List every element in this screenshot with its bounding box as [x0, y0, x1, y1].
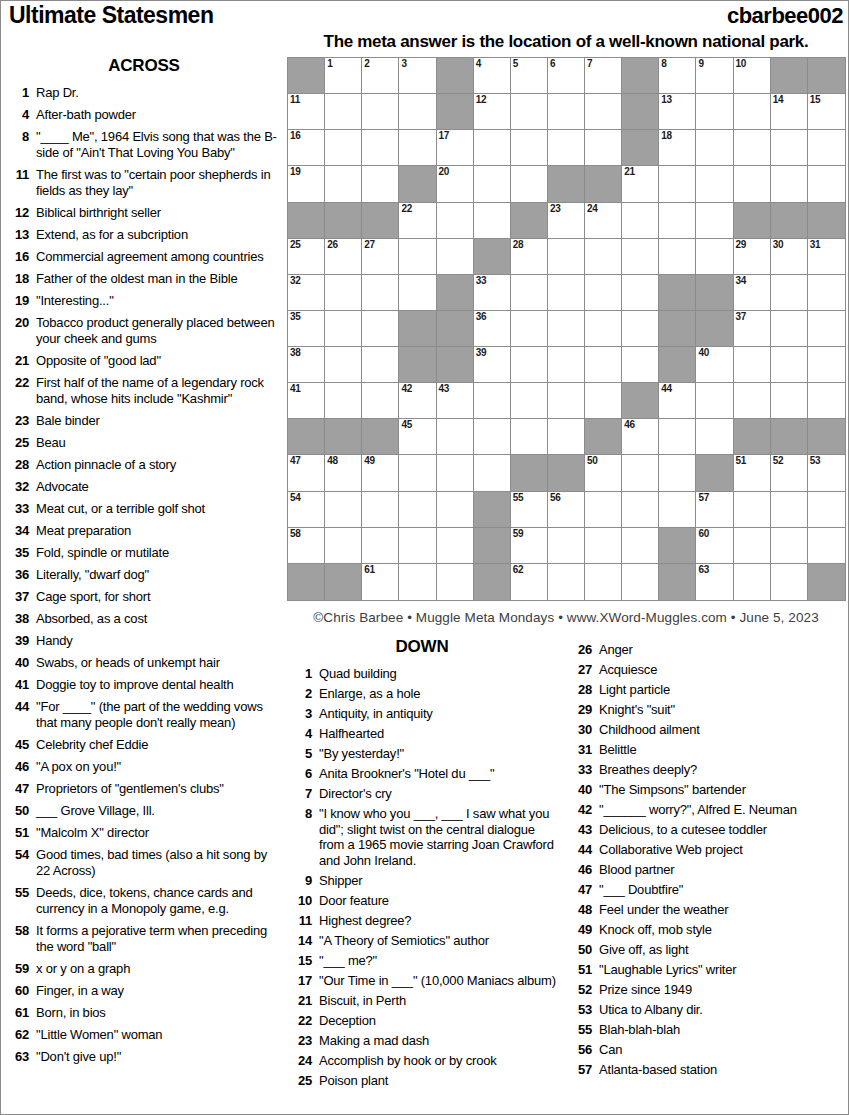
- grid-cell[interactable]: [771, 528, 808, 564]
- grid-cell[interactable]: 28: [511, 239, 548, 275]
- clue-across-33: 33Meat cut, or a terrible golf shot: [5, 501, 283, 517]
- grid-cell[interactable]: [362, 347, 399, 383]
- grid-cell[interactable]: [622, 203, 659, 239]
- grid-cell[interactable]: [362, 166, 399, 202]
- grid-cell[interactable]: [585, 275, 622, 311]
- clue-across-12: 12Biblical birthright seller: [5, 205, 283, 221]
- grid-cell[interactable]: [771, 275, 808, 311]
- black-square: [771, 58, 808, 94]
- grid-cell[interactable]: 41: [288, 383, 325, 419]
- grid-cell[interactable]: 1: [325, 58, 362, 94]
- grid-cell[interactable]: 51: [734, 455, 771, 491]
- clue-across-19: 19"Interesting...": [5, 293, 283, 309]
- clue-across-23: 23Bale binder: [5, 413, 283, 429]
- grid-cell[interactable]: [696, 166, 733, 202]
- grid-cell[interactable]: [771, 311, 808, 347]
- clue-across-45: 45Celebrity chef Eddie: [5, 737, 283, 753]
- grid-cell[interactable]: 14: [771, 94, 808, 130]
- grid-cell[interactable]: [808, 383, 845, 419]
- grid-cell[interactable]: [585, 383, 622, 419]
- cell-number: 39: [476, 347, 487, 358]
- grid-cell[interactable]: 46: [622, 419, 659, 455]
- clue-down-14: 14"A Theory of Semiotics" author: [288, 933, 556, 949]
- clue-text: Blah-blah-blah: [599, 1022, 846, 1038]
- grid-cell[interactable]: 15: [808, 94, 845, 130]
- grid-cell[interactable]: [659, 419, 696, 455]
- cell-number: 9: [698, 58, 703, 69]
- grid-cell[interactable]: 33: [474, 275, 511, 311]
- grid-cell[interactable]: 35: [288, 311, 325, 347]
- grid-cell[interactable]: [734, 383, 771, 419]
- clue-down-48: 48Feel under the weather: [568, 902, 846, 918]
- clue-number: 42: [568, 802, 592, 818]
- clue-text: Opposite of "good lad": [36, 353, 283, 369]
- grid-cell[interactable]: [437, 492, 474, 528]
- black-square: [288, 203, 325, 239]
- down-section-col1: DOWN 1Quad building2Enlarge, as a hole3A…: [288, 637, 556, 1093]
- clue-across-61: 61Born, in bios: [5, 1005, 283, 1021]
- grid-cell[interactable]: [771, 564, 808, 600]
- clue-text: Anger: [599, 642, 846, 658]
- grid-cell[interactable]: [548, 130, 585, 166]
- grid-cell[interactable]: [622, 275, 659, 311]
- clue-down-5: 5"By yesterday!": [288, 746, 556, 762]
- clue-down-23: 23Making a mad dash: [288, 1033, 556, 1049]
- clue-number: 14: [288, 933, 312, 949]
- clue-number: 47: [568, 882, 592, 898]
- clue-number: 41: [5, 677, 29, 693]
- black-square: [474, 239, 511, 275]
- cell-number: 60: [698, 528, 709, 539]
- grid-cell[interactable]: [548, 564, 585, 600]
- cell-number: 29: [736, 239, 747, 250]
- grid-cell[interactable]: 17: [437, 130, 474, 166]
- grid-cell[interactable]: [362, 130, 399, 166]
- grid-cell[interactable]: [585, 311, 622, 347]
- grid-cell[interactable]: [771, 347, 808, 383]
- grid-cell[interactable]: [399, 130, 436, 166]
- black-square: [659, 347, 696, 383]
- grid-cell[interactable]: [325, 130, 362, 166]
- clue-text: First half of the name of a legendary ro…: [36, 375, 283, 407]
- grid-cell[interactable]: 44: [659, 383, 696, 419]
- black-square: [548, 166, 585, 202]
- grid-cell[interactable]: [659, 239, 696, 275]
- grid-cell[interactable]: [734, 564, 771, 600]
- grid-cell[interactable]: [362, 311, 399, 347]
- clue-number: 27: [568, 662, 592, 678]
- grid-cell[interactable]: [622, 455, 659, 491]
- grid-cell[interactable]: [548, 239, 585, 275]
- clue-text: After-bath powder: [36, 107, 283, 123]
- grid-cell[interactable]: [437, 203, 474, 239]
- grid-cell[interactable]: 50: [585, 455, 622, 491]
- grid-cell[interactable]: [399, 492, 436, 528]
- grid-cell[interactable]: [734, 130, 771, 166]
- clue-number: 57: [568, 1062, 592, 1078]
- clue-down-53: 53Utica to Albany dir.: [568, 1002, 846, 1018]
- grid-cell[interactable]: [659, 203, 696, 239]
- clue-number: 1: [5, 85, 29, 101]
- grid-cell[interactable]: [585, 130, 622, 166]
- grid-cell[interactable]: [511, 419, 548, 455]
- clue-number: 46: [568, 862, 592, 878]
- cell-number: 55: [513, 492, 524, 503]
- grid-cell[interactable]: [511, 275, 548, 311]
- clue-text: "The Simpsons" bartender: [599, 782, 846, 798]
- grid-cell[interactable]: 16: [288, 130, 325, 166]
- grid-cell[interactable]: 8: [659, 58, 696, 94]
- clue-down-8: 8"I know who you ___, ___ I saw what you…: [288, 806, 556, 868]
- grid-cell[interactable]: 19: [288, 166, 325, 202]
- cell-number: 44: [661, 383, 672, 394]
- grid-cell[interactable]: 9: [696, 58, 733, 94]
- grid-cell[interactable]: [622, 564, 659, 600]
- grid-cell[interactable]: [734, 166, 771, 202]
- clue-across-58: 58It forms a pejorative term when preced…: [5, 923, 283, 955]
- grid-cell[interactable]: [548, 311, 585, 347]
- grid-cell[interactable]: [325, 311, 362, 347]
- cell-number: 22: [401, 203, 412, 214]
- clue-across-34: 34Meat preparation: [5, 523, 283, 539]
- clue-number: 49: [568, 922, 592, 938]
- grid-cell[interactable]: 24: [585, 203, 622, 239]
- grid-cell[interactable]: 32: [288, 275, 325, 311]
- grid-cell[interactable]: 38: [288, 347, 325, 383]
- grid-cell[interactable]: 42: [399, 383, 436, 419]
- clue-text: Quad building: [319, 666, 556, 682]
- grid-cell[interactable]: 37: [734, 311, 771, 347]
- clue-text: "Malcolm X" director: [36, 825, 283, 841]
- clue-across-13: 13Extend, as for a subcription: [5, 227, 283, 243]
- grid-cell[interactable]: [771, 383, 808, 419]
- black-square: [808, 58, 845, 94]
- clue-down-3: 3Antiquity, in antiquity: [288, 706, 556, 722]
- grid-cell[interactable]: [622, 492, 659, 528]
- grid-cell[interactable]: [362, 492, 399, 528]
- clue-text: "Little Women" woman: [36, 1027, 283, 1043]
- grid-cell[interactable]: [474, 166, 511, 202]
- grid-cell[interactable]: 4: [474, 58, 511, 94]
- cell-number: 59: [513, 528, 524, 539]
- grid-cell[interactable]: 12: [474, 94, 511, 130]
- clue-across-63: 63"Don't give up!": [5, 1049, 283, 1065]
- grid-cell[interactable]: 59: [511, 528, 548, 564]
- grid-cell[interactable]: 11: [288, 94, 325, 130]
- grid-cell[interactable]: 6: [548, 58, 585, 94]
- clue-text: Shipper: [319, 873, 556, 889]
- clue-number: 35: [5, 545, 29, 561]
- clue-number: 63: [5, 1049, 29, 1065]
- grid-cell[interactable]: [548, 528, 585, 564]
- grid-cell[interactable]: [474, 383, 511, 419]
- grid-cell[interactable]: [771, 130, 808, 166]
- cell-number: 19: [290, 166, 301, 177]
- cell-number: 15: [810, 94, 821, 105]
- puzzle-title: Ultimate Statesmen: [9, 2, 213, 29]
- grid-cell[interactable]: [325, 275, 362, 311]
- clue-text: Blood partner: [599, 862, 846, 878]
- across-section: ACROSS 1Rap Dr.4After-bath powder8"____ …: [5, 56, 283, 1071]
- clue-text: Halfhearted: [319, 726, 556, 742]
- grid-cell[interactable]: [399, 455, 436, 491]
- grid-cell[interactable]: [437, 455, 474, 491]
- grid-cell[interactable]: [585, 528, 622, 564]
- grid-cell[interactable]: 39: [474, 347, 511, 383]
- grid-cell[interactable]: 30: [771, 239, 808, 275]
- clue-down-47: 47"___ Doubtfire": [568, 882, 846, 898]
- clue-text: Commercial agreement among countries: [36, 249, 283, 265]
- grid-cell[interactable]: [622, 239, 659, 275]
- grid-cell[interactable]: 29: [734, 239, 771, 275]
- clue-text: Enlarge, as a hole: [319, 686, 556, 702]
- grid-cell[interactable]: 49: [362, 455, 399, 491]
- grid-cell[interactable]: [771, 166, 808, 202]
- clue-number: 11: [288, 913, 312, 929]
- grid-cell[interactable]: [622, 311, 659, 347]
- grid-cell[interactable]: 5: [511, 58, 548, 94]
- grid-cell[interactable]: [325, 528, 362, 564]
- grid-cell[interactable]: [511, 94, 548, 130]
- cell-number: 14: [773, 94, 784, 105]
- clue-text: Handy: [36, 633, 283, 649]
- grid-cell[interactable]: [808, 275, 845, 311]
- clue-across-38: 38Absorbed, as a cost: [5, 611, 283, 627]
- clue-down-29: 29Knight's "suit": [568, 702, 846, 718]
- grid-cell[interactable]: 25: [288, 239, 325, 275]
- grid-cell[interactable]: [399, 239, 436, 275]
- grid-cell[interactable]: 55: [511, 492, 548, 528]
- clue-number: 33: [568, 762, 592, 778]
- grid-cell[interactable]: 45: [399, 419, 436, 455]
- clue-number: 30: [568, 722, 592, 738]
- grid-cell[interactable]: 56: [548, 492, 585, 528]
- black-square: [325, 419, 362, 455]
- black-square: [622, 383, 659, 419]
- grid-cell[interactable]: [734, 94, 771, 130]
- grid-cell[interactable]: [659, 166, 696, 202]
- clue-number: 39: [5, 633, 29, 649]
- grid-cell[interactable]: 20: [437, 166, 474, 202]
- clue-text: Bale binder: [36, 413, 283, 429]
- clue-text: Deception: [319, 1013, 556, 1029]
- black-square: [659, 275, 696, 311]
- clue-text: Extend, as for a subcription: [36, 227, 283, 243]
- grid-cell[interactable]: [696, 203, 733, 239]
- down-clue-list-2: 26Anger27Acquiesce28Light particle29Knig…: [568, 642, 846, 1078]
- clue-down-17: 17"Our Time in ___" (10,000 Maniacs albu…: [288, 973, 556, 989]
- grid-cell[interactable]: 34: [734, 275, 771, 311]
- grid-cell[interactable]: [437, 419, 474, 455]
- grid-cell[interactable]: [808, 166, 845, 202]
- grid-cell[interactable]: 21: [622, 166, 659, 202]
- grid-cell[interactable]: 62: [511, 564, 548, 600]
- clue-down-11: 11Highest degree?: [288, 913, 556, 929]
- black-square: [399, 311, 436, 347]
- grid-cell[interactable]: [511, 383, 548, 419]
- grid-cell[interactable]: 57: [696, 492, 733, 528]
- grid-cell[interactable]: 40: [696, 347, 733, 383]
- grid-cell[interactable]: [474, 455, 511, 491]
- clue-number: 58: [5, 923, 29, 955]
- black-square: [734, 203, 771, 239]
- grid-cell[interactable]: [808, 492, 845, 528]
- grid-cell[interactable]: [734, 528, 771, 564]
- grid-cell[interactable]: [325, 94, 362, 130]
- clue-text: "___ me?": [319, 953, 556, 969]
- cell-number: 63: [698, 564, 709, 575]
- clue-text: Knock off, mob style: [599, 922, 846, 938]
- clue-down-6: 6Anita Brookner's "Hotel du ___": [288, 766, 556, 782]
- clue-down-15: 15"___ me?": [288, 953, 556, 969]
- clue-number: 4: [5, 107, 29, 123]
- grid-cell[interactable]: [808, 528, 845, 564]
- grid-cell[interactable]: [622, 528, 659, 564]
- clue-down-28: 28Light particle: [568, 682, 846, 698]
- clue-text: Making a mad dash: [319, 1033, 556, 1049]
- clue-text: Meat preparation: [36, 523, 283, 539]
- grid-cell[interactable]: [474, 203, 511, 239]
- grid-cell[interactable]: [585, 239, 622, 275]
- grid-cell[interactable]: [399, 275, 436, 311]
- grid-cell[interactable]: 7: [585, 58, 622, 94]
- grid-cell[interactable]: [659, 492, 696, 528]
- grid-cell[interactable]: [511, 347, 548, 383]
- grid-cell[interactable]: 13: [659, 94, 696, 130]
- grid-cell[interactable]: [362, 94, 399, 130]
- clue-number: 29: [568, 702, 592, 718]
- grid-cell[interactable]: [585, 347, 622, 383]
- grid-cell[interactable]: 10: [734, 58, 771, 94]
- clue-down-26: 26Anger: [568, 642, 846, 658]
- grid-cell[interactable]: 18: [659, 130, 696, 166]
- clue-number: 23: [288, 1033, 312, 1049]
- clue-text: Delicious, to a cutesee toddler: [599, 822, 846, 838]
- grid-cell[interactable]: [325, 166, 362, 202]
- grid-cell[interactable]: [325, 383, 362, 419]
- grid-cell[interactable]: [548, 419, 585, 455]
- grid-cell[interactable]: [696, 239, 733, 275]
- clue-text: Cage sport, for short: [36, 589, 283, 605]
- grid-cell[interactable]: 22: [399, 203, 436, 239]
- grid-cell[interactable]: 31: [808, 239, 845, 275]
- clue-text: Poison plant: [319, 1073, 556, 1089]
- grid-cell[interactable]: [362, 383, 399, 419]
- grid-cell[interactable]: 54: [288, 492, 325, 528]
- grid-cell[interactable]: [585, 94, 622, 130]
- grid-cell[interactable]: [734, 347, 771, 383]
- grid-cell[interactable]: [362, 275, 399, 311]
- clue-down-43: 43Delicious, to a cutesee toddler: [568, 822, 846, 838]
- clue-text: Action pinnacle of a story: [36, 457, 283, 473]
- grid-cell[interactable]: [622, 347, 659, 383]
- grid-cell[interactable]: [808, 347, 845, 383]
- clue-across-21: 21Opposite of "good lad": [5, 353, 283, 369]
- grid-cell[interactable]: 48: [325, 455, 362, 491]
- grid-cell[interactable]: [399, 564, 436, 600]
- across-clue-list: 1Rap Dr.4After-bath powder8"____ Me", 19…: [5, 85, 283, 1065]
- grid-cell[interactable]: [548, 347, 585, 383]
- black-square: [771, 203, 808, 239]
- clue-text: "___ Doubtfire": [599, 882, 846, 898]
- clue-text: "Laughable Lyrics" writer: [599, 962, 846, 978]
- grid-cell[interactable]: 23: [548, 203, 585, 239]
- clue-down-2: 2Enlarge, as a hole: [288, 686, 556, 702]
- grid-cell[interactable]: [696, 94, 733, 130]
- cell-number: 35: [290, 311, 301, 322]
- grid-cell[interactable]: 2: [362, 58, 399, 94]
- black-square: [696, 311, 733, 347]
- grid-cell[interactable]: 58: [288, 528, 325, 564]
- grid-cell[interactable]: [585, 564, 622, 600]
- cell-number: 26: [327, 239, 338, 250]
- grid-cell[interactable]: [808, 130, 845, 166]
- grid-cell[interactable]: [585, 492, 622, 528]
- grid-cell[interactable]: [548, 383, 585, 419]
- grid-cell[interactable]: [437, 528, 474, 564]
- grid-cell[interactable]: [325, 347, 362, 383]
- grid-cell[interactable]: [808, 311, 845, 347]
- black-square: [362, 203, 399, 239]
- grid-cell[interactable]: [548, 94, 585, 130]
- grid-cell[interactable]: [771, 492, 808, 528]
- grid-cell[interactable]: 27: [362, 239, 399, 275]
- grid-cell[interactable]: [399, 94, 436, 130]
- black-square: [511, 203, 548, 239]
- grid-cell[interactable]: [696, 419, 733, 455]
- clue-number: 6: [288, 766, 312, 782]
- clue-text: Absorbed, as a cost: [36, 611, 283, 627]
- grid-cell[interactable]: 36: [474, 311, 511, 347]
- grid-cell[interactable]: [325, 492, 362, 528]
- grid-cell[interactable]: [511, 130, 548, 166]
- grid-cell[interactable]: [399, 528, 436, 564]
- clue-across-44: 44"For ____" (the part of the wedding vo…: [5, 699, 283, 731]
- grid-cell[interactable]: [696, 383, 733, 419]
- grid-cell[interactable]: [474, 130, 511, 166]
- grid-cell[interactable]: [511, 311, 548, 347]
- grid-cell[interactable]: 53: [808, 455, 845, 491]
- grid-cell[interactable]: [659, 455, 696, 491]
- clue-number: 55: [5, 885, 29, 917]
- clue-text: Acquiesce: [599, 662, 846, 678]
- grid-cell[interactable]: [437, 564, 474, 600]
- black-square: [437, 275, 474, 311]
- grid-cell[interactable]: 63: [696, 564, 733, 600]
- clue-across-40: 40Swabs, or heads of unkempt hair: [5, 655, 283, 671]
- grid-cell[interactable]: 43: [437, 383, 474, 419]
- across-header: ACROSS: [5, 56, 283, 76]
- grid-cell[interactable]: [362, 528, 399, 564]
- black-square: [548, 455, 585, 491]
- grid-cell[interactable]: 47: [288, 455, 325, 491]
- grid-cell[interactable]: [548, 275, 585, 311]
- clue-text: "A pox on you!": [36, 759, 283, 775]
- grid-cell[interactable]: [511, 166, 548, 202]
- clue-down-44: 44Collaborative Web project: [568, 842, 846, 858]
- grid-cell[interactable]: [437, 239, 474, 275]
- grid-cell[interactable]: 52: [771, 455, 808, 491]
- grid-cell[interactable]: 26: [325, 239, 362, 275]
- grid-cell[interactable]: 60: [696, 528, 733, 564]
- grid-cell[interactable]: 61: [362, 564, 399, 600]
- grid-cell[interactable]: [696, 130, 733, 166]
- clue-number: 7: [288, 786, 312, 802]
- grid-cell[interactable]: [474, 419, 511, 455]
- clue-text: x or y on a graph: [36, 961, 283, 977]
- grid-cell[interactable]: [734, 492, 771, 528]
- grid-cell[interactable]: 3: [399, 58, 436, 94]
